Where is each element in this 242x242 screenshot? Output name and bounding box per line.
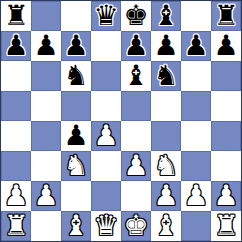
piece-white-pawn[interactable]: ♟ — [213, 181, 238, 211]
piece-white-bishop[interactable]: ♝ — [63, 211, 88, 241]
square-h7[interactable]: ♟ — [211, 31, 241, 61]
piece-white-bishop[interactable]: ♝ — [153, 211, 178, 241]
square-c3[interactable]: ♞ — [61, 151, 91, 181]
piece-black-pawn[interactable]: ♟ — [3, 31, 28, 61]
square-a2[interactable]: ♟ — [1, 181, 31, 211]
square-e5[interactable] — [121, 91, 151, 121]
square-e6[interactable]: ♝ — [121, 61, 151, 91]
square-b1[interactable] — [31, 211, 61, 241]
square-h3[interactable] — [211, 151, 241, 181]
piece-black-bishop[interactable]: ♝ — [123, 61, 148, 91]
square-g3[interactable] — [181, 151, 211, 181]
piece-black-bishop[interactable]: ♝ — [153, 1, 178, 31]
piece-black-pawn[interactable]: ♟ — [183, 31, 208, 61]
square-d3[interactable] — [91, 151, 121, 181]
piece-black-pawn[interactable]: ♟ — [213, 31, 238, 61]
piece-white-pawn[interactable]: ♟ — [123, 151, 148, 181]
square-h1[interactable]: ♜ — [211, 211, 241, 241]
square-b4[interactable] — [31, 121, 61, 151]
square-f1[interactable]: ♝ — [151, 211, 181, 241]
square-b6[interactable] — [31, 61, 61, 91]
square-d7[interactable] — [91, 31, 121, 61]
piece-white-king[interactable]: ♚ — [123, 211, 148, 241]
square-d6[interactable] — [91, 61, 121, 91]
square-f6[interactable]: ♞ — [151, 61, 181, 91]
square-a8[interactable]: ♜ — [1, 1, 31, 31]
square-g8[interactable] — [181, 1, 211, 31]
square-e1[interactable]: ♚ — [121, 211, 151, 241]
square-a5[interactable] — [1, 91, 31, 121]
square-h8[interactable]: ♜ — [211, 1, 241, 31]
square-d5[interactable] — [91, 91, 121, 121]
square-f2[interactable]: ♟ — [151, 181, 181, 211]
square-e2[interactable] — [121, 181, 151, 211]
square-d8[interactable]: ♛ — [91, 1, 121, 31]
square-b8[interactable] — [31, 1, 61, 31]
piece-black-pawn[interactable]: ♟ — [123, 31, 148, 61]
piece-black-rook[interactable]: ♜ — [213, 1, 238, 31]
square-h4[interactable] — [211, 121, 241, 151]
piece-white-pawn[interactable]: ♟ — [33, 181, 58, 211]
piece-black-knight[interactable]: ♞ — [63, 61, 88, 91]
square-f7[interactable]: ♟ — [151, 31, 181, 61]
square-c1[interactable]: ♝ — [61, 211, 91, 241]
square-c8[interactable] — [61, 1, 91, 31]
square-g5[interactable] — [181, 91, 211, 121]
piece-black-pawn[interactable]: ♟ — [63, 121, 88, 151]
piece-white-rook[interactable]: ♜ — [3, 211, 28, 241]
square-a4[interactable] — [1, 121, 31, 151]
square-d2[interactable] — [91, 181, 121, 211]
square-a3[interactable] — [1, 151, 31, 181]
square-f5[interactable] — [151, 91, 181, 121]
square-g1[interactable] — [181, 211, 211, 241]
piece-white-pawn[interactable]: ♟ — [3, 181, 28, 211]
piece-white-knight[interactable]: ♞ — [63, 151, 88, 181]
square-c5[interactable] — [61, 91, 91, 121]
square-h2[interactable]: ♟ — [211, 181, 241, 211]
square-c6[interactable]: ♞ — [61, 61, 91, 91]
square-a6[interactable] — [1, 61, 31, 91]
square-g6[interactable] — [181, 61, 211, 91]
square-c4[interactable]: ♟ — [61, 121, 91, 151]
piece-white-rook[interactable]: ♜ — [213, 211, 238, 241]
piece-black-pawn[interactable]: ♟ — [63, 31, 88, 61]
piece-white-pawn[interactable]: ♟ — [183, 181, 208, 211]
square-e3[interactable]: ♟ — [121, 151, 151, 181]
square-e7[interactable]: ♟ — [121, 31, 151, 61]
square-b3[interactable] — [31, 151, 61, 181]
piece-white-knight[interactable]: ♞ — [153, 151, 178, 181]
square-f4[interactable] — [151, 121, 181, 151]
square-e4[interactable] — [121, 121, 151, 151]
square-c2[interactable] — [61, 181, 91, 211]
piece-black-rook[interactable]: ♜ — [3, 1, 28, 31]
square-g7[interactable]: ♟ — [181, 31, 211, 61]
square-g2[interactable]: ♟ — [181, 181, 211, 211]
piece-black-knight[interactable]: ♞ — [153, 61, 178, 91]
square-d1[interactable]: ♛ — [91, 211, 121, 241]
piece-black-king[interactable]: ♚ — [123, 1, 148, 31]
square-d4[interactable]: ♟ — [91, 121, 121, 151]
square-c7[interactable]: ♟ — [61, 31, 91, 61]
square-a7[interactable]: ♟ — [1, 31, 31, 61]
piece-white-pawn[interactable]: ♟ — [153, 181, 178, 211]
piece-white-pawn[interactable]: ♟ — [93, 121, 118, 151]
square-e8[interactable]: ♚ — [121, 1, 151, 31]
square-b5[interactable] — [31, 91, 61, 121]
square-a1[interactable]: ♜ — [1, 211, 31, 241]
piece-white-queen[interactable]: ♛ — [93, 211, 118, 241]
square-f3[interactable]: ♞ — [151, 151, 181, 181]
square-h5[interactable] — [211, 91, 241, 121]
piece-black-pawn[interactable]: ♟ — [153, 31, 178, 61]
chess-board: ♜♛♚♝♜♟♟♟♟♟♟♟♞♝♞♟♟♞♟♞♟♟♟♟♟♜♝♛♚♝♜ — [0, 0, 242, 242]
square-f8[interactable]: ♝ — [151, 1, 181, 31]
square-b2[interactable]: ♟ — [31, 181, 61, 211]
square-h6[interactable] — [211, 61, 241, 91]
square-g4[interactable] — [181, 121, 211, 151]
piece-black-queen[interactable]: ♛ — [93, 1, 118, 31]
piece-black-pawn[interactable]: ♟ — [33, 31, 58, 61]
square-b7[interactable]: ♟ — [31, 31, 61, 61]
